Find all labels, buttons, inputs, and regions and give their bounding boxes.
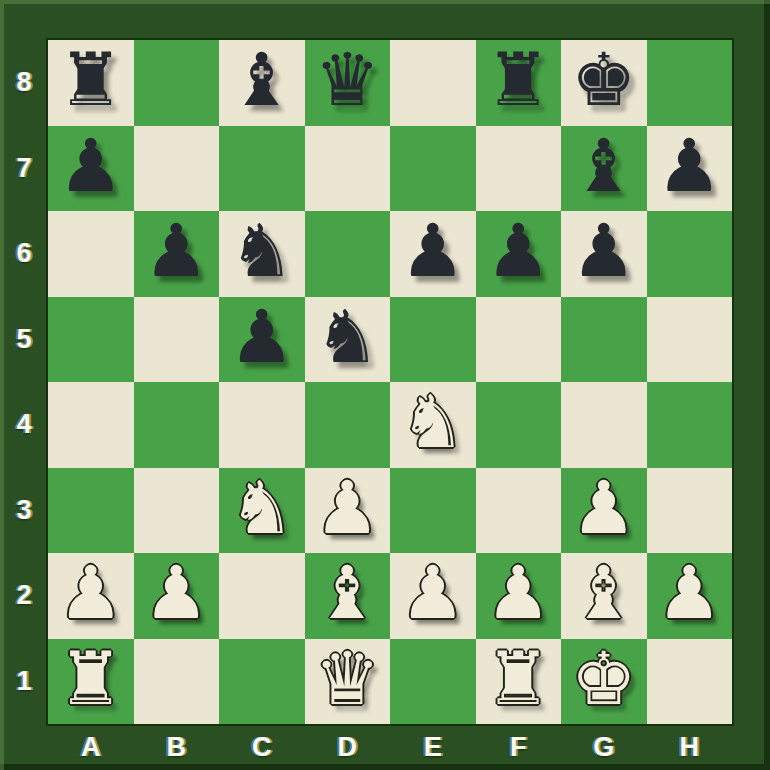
- white-pawn-f2[interactable]: ♟: [486, 556, 551, 629]
- file-label-A: A: [48, 724, 134, 770]
- square-c5[interactable]: ♟: [219, 297, 305, 383]
- white-pawn-d3[interactable]: ♟: [315, 471, 380, 544]
- square-h1[interactable]: [647, 639, 733, 725]
- square-h7[interactable]: ♟: [647, 126, 733, 212]
- square-b3[interactable]: [134, 468, 220, 554]
- square-c8[interactable]: ♝: [219, 40, 305, 126]
- black-pawn-e6[interactable]: ♟: [400, 214, 465, 287]
- file-label-D: D: [305, 724, 391, 770]
- square-f2[interactable]: ♟: [476, 553, 562, 639]
- black-rook-a8[interactable]: ♜: [58, 43, 123, 116]
- square-a2[interactable]: ♟: [48, 553, 134, 639]
- square-d3[interactable]: ♟: [305, 468, 391, 554]
- square-d2[interactable]: ♝: [305, 553, 391, 639]
- file-label-C: C: [219, 724, 305, 770]
- square-a5[interactable]: [48, 297, 134, 383]
- chess-board: ♜♝♛♜♚♟♝♟♟♞♟♟♟♟♞♞♞♟♟♟♟♝♟♟♝♟♜♛♜♚: [48, 40, 732, 724]
- black-rook-f8[interactable]: ♜: [486, 43, 551, 116]
- file-label-H: H: [647, 724, 733, 770]
- rank-label-6: 6: [0, 211, 48, 297]
- white-bishop-d2[interactable]: ♝: [315, 556, 380, 629]
- square-a4[interactable]: [48, 382, 134, 468]
- board-frame: ♜♝♛♜♚♟♝♟♟♞♟♟♟♟♞♞♞♟♟♟♟♝♟♟♝♟♜♛♜♚ 87654321A…: [0, 0, 770, 770]
- black-knight-d5[interactable]: ♞: [315, 300, 380, 373]
- square-f6[interactable]: ♟: [476, 211, 562, 297]
- black-king-g8[interactable]: ♚: [571, 43, 636, 116]
- square-f8[interactable]: ♜: [476, 40, 562, 126]
- square-h2[interactable]: ♟: [647, 553, 733, 639]
- square-g7[interactable]: ♝: [561, 126, 647, 212]
- square-a6[interactable]: [48, 211, 134, 297]
- square-e4[interactable]: ♞: [390, 382, 476, 468]
- white-knight-c3[interactable]: ♞: [229, 471, 294, 544]
- square-e6[interactable]: ♟: [390, 211, 476, 297]
- white-pawn-b2[interactable]: ♟: [144, 556, 209, 629]
- square-d8[interactable]: ♛: [305, 40, 391, 126]
- rank-label-8: 8: [0, 40, 48, 126]
- square-h3[interactable]: [647, 468, 733, 554]
- file-label-E: E: [390, 724, 476, 770]
- square-h6[interactable]: [647, 211, 733, 297]
- square-b2[interactable]: ♟: [134, 553, 220, 639]
- square-f3[interactable]: [476, 468, 562, 554]
- square-g8[interactable]: ♚: [561, 40, 647, 126]
- square-f4[interactable]: [476, 382, 562, 468]
- square-f5[interactable]: [476, 297, 562, 383]
- square-c2[interactable]: [219, 553, 305, 639]
- square-b5[interactable]: [134, 297, 220, 383]
- square-a7[interactable]: ♟: [48, 126, 134, 212]
- square-b1[interactable]: [134, 639, 220, 725]
- white-pawn-a2[interactable]: ♟: [58, 556, 123, 629]
- black-pawn-f6[interactable]: ♟: [486, 214, 551, 287]
- file-label-B: B: [134, 724, 220, 770]
- rank-label-5: 5: [0, 297, 48, 383]
- square-b6[interactable]: ♟: [134, 211, 220, 297]
- square-e1[interactable]: [390, 639, 476, 725]
- square-c7[interactable]: [219, 126, 305, 212]
- black-pawn-c5[interactable]: ♟: [229, 300, 294, 373]
- square-a3[interactable]: [48, 468, 134, 554]
- black-pawn-h7[interactable]: ♟: [657, 129, 722, 202]
- white-rook-f1[interactable]: ♜: [486, 642, 551, 715]
- rank-label-2: 2: [0, 553, 48, 639]
- square-b4[interactable]: [134, 382, 220, 468]
- white-queen-d1[interactable]: ♛: [315, 642, 380, 715]
- square-h5[interactable]: [647, 297, 733, 383]
- square-a8[interactable]: ♜: [48, 40, 134, 126]
- white-rook-a1[interactable]: ♜: [58, 642, 123, 715]
- black-pawn-g6[interactable]: ♟: [571, 214, 636, 287]
- square-g3[interactable]: ♟: [561, 468, 647, 554]
- white-king-g1[interactable]: ♚: [571, 642, 636, 715]
- black-pawn-a7[interactable]: ♟: [58, 129, 123, 202]
- file-label-G: G: [561, 724, 647, 770]
- square-f1[interactable]: ♜: [476, 639, 562, 725]
- black-queen-d8[interactable]: ♛: [315, 43, 380, 116]
- square-e2[interactable]: ♟: [390, 553, 476, 639]
- square-b7[interactable]: [134, 126, 220, 212]
- square-d6[interactable]: [305, 211, 391, 297]
- square-g2[interactable]: ♝: [561, 553, 647, 639]
- white-bishop-g2[interactable]: ♝: [571, 556, 636, 629]
- rank-label-4: 4: [0, 382, 48, 468]
- square-e5[interactable]: [390, 297, 476, 383]
- square-c3[interactable]: ♞: [219, 468, 305, 554]
- square-d5[interactable]: ♞: [305, 297, 391, 383]
- square-h4[interactable]: [647, 382, 733, 468]
- square-c4[interactable]: [219, 382, 305, 468]
- black-bishop-g7[interactable]: ♝: [571, 129, 636, 202]
- square-b8[interactable]: [134, 40, 220, 126]
- black-pawn-b6[interactable]: ♟: [144, 214, 209, 287]
- file-label-F: F: [476, 724, 562, 770]
- square-g5[interactable]: [561, 297, 647, 383]
- square-d7[interactable]: [305, 126, 391, 212]
- white-pawn-g3[interactable]: ♟: [571, 471, 636, 544]
- square-e7[interactable]: [390, 126, 476, 212]
- black-bishop-c8[interactable]: ♝: [229, 43, 294, 116]
- square-d4[interactable]: [305, 382, 391, 468]
- square-e3[interactable]: [390, 468, 476, 554]
- square-h8[interactable]: [647, 40, 733, 126]
- square-g1[interactable]: ♚: [561, 639, 647, 725]
- rank-label-1: 1: [0, 639, 48, 725]
- white-pawn-h2[interactable]: ♟: [657, 556, 722, 629]
- square-d1[interactable]: ♛: [305, 639, 391, 725]
- square-c6[interactable]: ♞: [219, 211, 305, 297]
- square-f7[interactable]: [476, 126, 562, 212]
- square-a1[interactable]: ♜: [48, 639, 134, 725]
- white-knight-e4[interactable]: ♞: [400, 385, 465, 458]
- square-e8[interactable]: [390, 40, 476, 126]
- white-pawn-e2[interactable]: ♟: [400, 556, 465, 629]
- square-g4[interactable]: [561, 382, 647, 468]
- square-g6[interactable]: ♟: [561, 211, 647, 297]
- black-knight-c6[interactable]: ♞: [229, 214, 294, 287]
- rank-label-3: 3: [0, 468, 48, 554]
- rank-label-7: 7: [0, 126, 48, 212]
- square-c1[interactable]: [219, 639, 305, 725]
